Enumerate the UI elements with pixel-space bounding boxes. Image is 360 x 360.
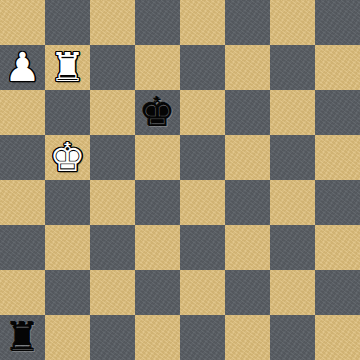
square-e4[interactable] — [180, 180, 225, 225]
square-h6[interactable] — [315, 90, 360, 135]
square-c3[interactable] — [90, 225, 135, 270]
square-f2[interactable] — [225, 270, 270, 315]
square-e5[interactable] — [180, 135, 225, 180]
square-a3[interactable] — [0, 225, 45, 270]
square-d4[interactable] — [135, 180, 180, 225]
square-g8[interactable] — [270, 0, 315, 45]
square-a4[interactable] — [0, 180, 45, 225]
white-rook[interactable]: ♜ — [50, 47, 86, 87]
square-h2[interactable] — [315, 270, 360, 315]
square-d8[interactable] — [135, 0, 180, 45]
square-g2[interactable] — [270, 270, 315, 315]
white-king[interactable]: ♚ — [50, 137, 86, 177]
square-c1[interactable] — [90, 315, 135, 360]
square-c7[interactable] — [90, 45, 135, 90]
square-h8[interactable] — [315, 0, 360, 45]
square-c2[interactable] — [90, 270, 135, 315]
square-f3[interactable] — [225, 225, 270, 270]
square-d2[interactable] — [135, 270, 180, 315]
square-d1[interactable] — [135, 315, 180, 360]
square-e6[interactable] — [180, 90, 225, 135]
square-g6[interactable] — [270, 90, 315, 135]
square-b8[interactable] — [45, 0, 90, 45]
square-f6[interactable] — [225, 90, 270, 135]
square-a8[interactable] — [0, 0, 45, 45]
chess-board: ♟♜♚♚♜ — [0, 0, 360, 360]
square-c6[interactable] — [90, 90, 135, 135]
square-g4[interactable] — [270, 180, 315, 225]
square-b2[interactable] — [45, 270, 90, 315]
square-g1[interactable] — [270, 315, 315, 360]
square-f4[interactable] — [225, 180, 270, 225]
square-b6[interactable] — [45, 90, 90, 135]
square-b3[interactable] — [45, 225, 90, 270]
square-e1[interactable] — [180, 315, 225, 360]
square-e8[interactable] — [180, 0, 225, 45]
square-b1[interactable] — [45, 315, 90, 360]
square-a2[interactable] — [0, 270, 45, 315]
square-g3[interactable] — [270, 225, 315, 270]
square-a5[interactable] — [0, 135, 45, 180]
square-e7[interactable] — [180, 45, 225, 90]
square-a1[interactable]: ♜ — [0, 315, 45, 360]
square-d3[interactable] — [135, 225, 180, 270]
square-f7[interactable] — [225, 45, 270, 90]
square-f1[interactable] — [225, 315, 270, 360]
square-d7[interactable] — [135, 45, 180, 90]
square-e3[interactable] — [180, 225, 225, 270]
square-a6[interactable] — [0, 90, 45, 135]
square-h3[interactable] — [315, 225, 360, 270]
black-rook[interactable]: ♜ — [5, 317, 41, 357]
square-c4[interactable] — [90, 180, 135, 225]
square-h1[interactable] — [315, 315, 360, 360]
square-g7[interactable] — [270, 45, 315, 90]
square-b7[interactable]: ♜ — [45, 45, 90, 90]
square-e2[interactable] — [180, 270, 225, 315]
white-pawn[interactable]: ♟ — [5, 47, 41, 87]
square-h5[interactable] — [315, 135, 360, 180]
square-f8[interactable] — [225, 0, 270, 45]
square-d6[interactable]: ♚ — [135, 90, 180, 135]
square-b5[interactable]: ♚ — [45, 135, 90, 180]
square-c8[interactable] — [90, 0, 135, 45]
square-g5[interactable] — [270, 135, 315, 180]
square-d5[interactable] — [135, 135, 180, 180]
square-a7[interactable]: ♟ — [0, 45, 45, 90]
square-f5[interactable] — [225, 135, 270, 180]
square-h4[interactable] — [315, 180, 360, 225]
square-c5[interactable] — [90, 135, 135, 180]
black-king[interactable]: ♚ — [140, 92, 176, 132]
square-h7[interactable] — [315, 45, 360, 90]
square-b4[interactable] — [45, 180, 90, 225]
